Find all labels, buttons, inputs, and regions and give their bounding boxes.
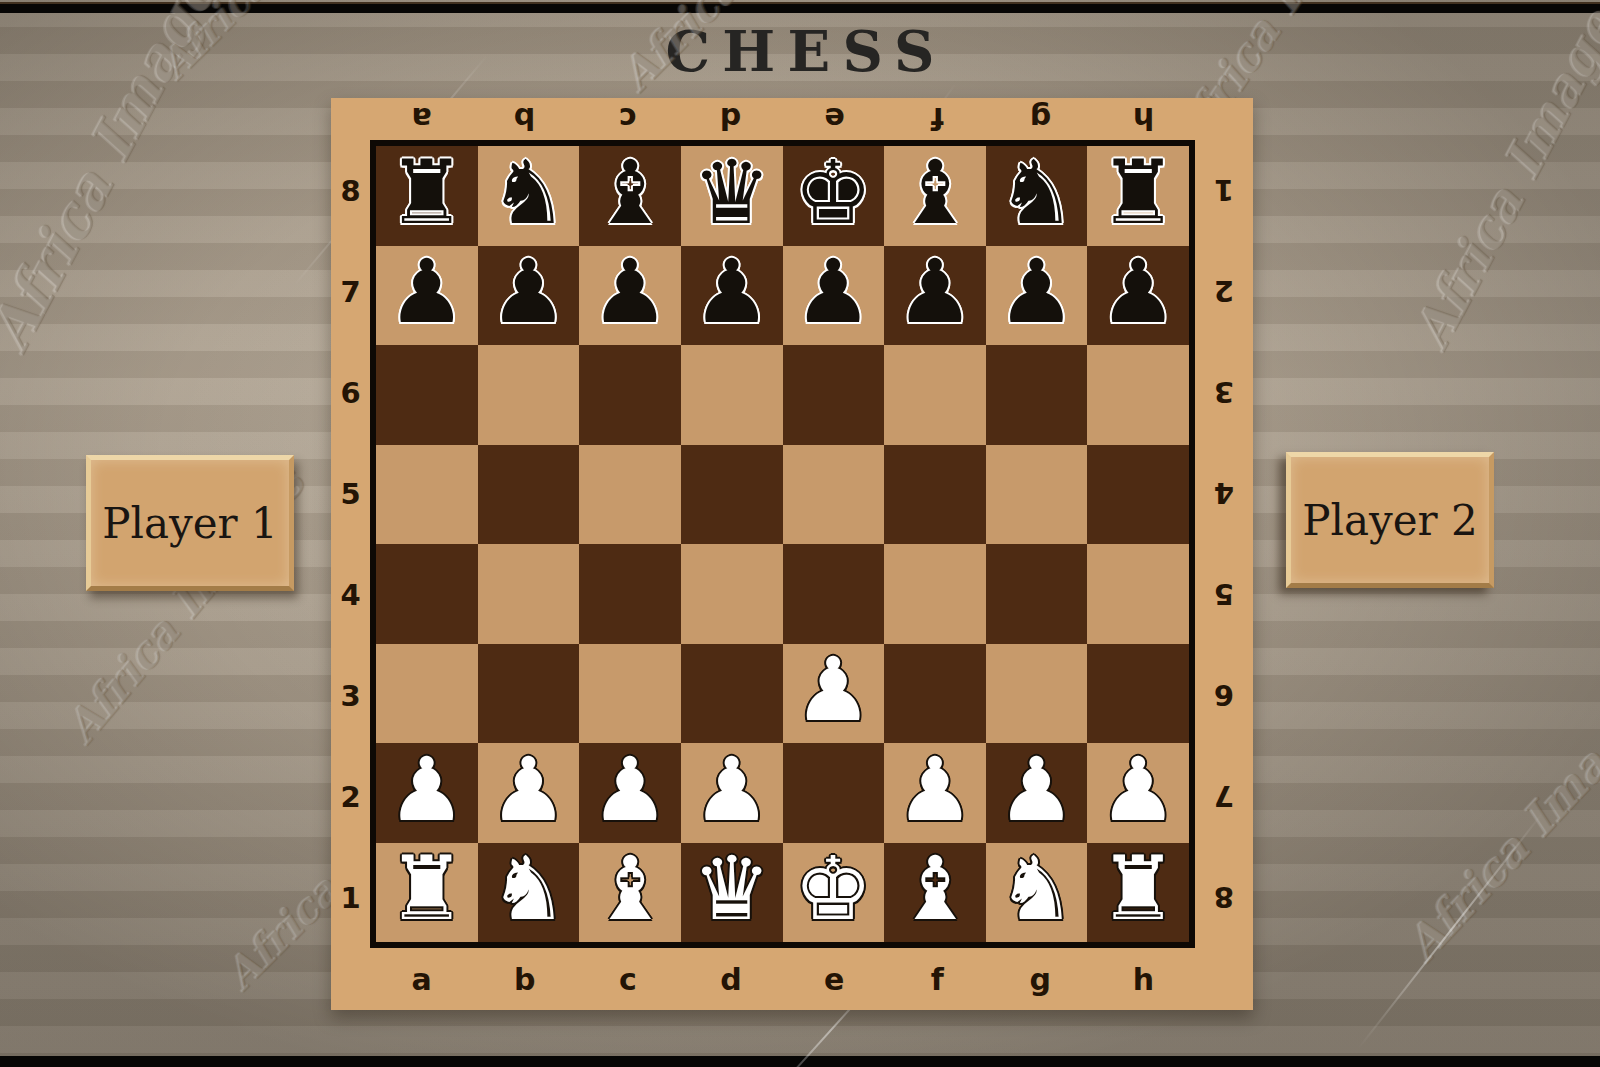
square-c4[interactable]: [579, 544, 681, 644]
square-h1[interactable]: ♜: [1087, 843, 1189, 943]
file-labels-top: abcdefgh: [370, 98, 1195, 140]
rank-label-right-6: 6: [1195, 645, 1253, 746]
square-c2[interactable]: ♟: [579, 743, 681, 843]
board-squares: ♜♞♝♛♚♝♞♜♟♟♟♟♟♟♟♟♟♟♟♟♟♟♟♟♜♞♝♛♚♝♞♜: [370, 140, 1195, 948]
square-d7[interactable]: ♟: [681, 246, 783, 346]
square-g6[interactable]: [986, 345, 1088, 445]
square-e5[interactable]: [783, 445, 885, 545]
white-knight-g1: ♞: [997, 845, 1076, 933]
file-label-top-c: c: [576, 98, 679, 140]
bottom-border-bar: [0, 1056, 1600, 1067]
page-title: CHESS: [0, 18, 1600, 84]
black-knight-b8: ♞: [489, 149, 568, 237]
square-a8[interactable]: ♜: [376, 146, 478, 246]
white-pawn-b2: ♟: [489, 746, 568, 834]
square-a6[interactable]: [376, 345, 478, 445]
rank-label-right-3: 3: [1195, 342, 1253, 443]
player2-label: Player 2: [1302, 496, 1477, 545]
white-bishop-c1: ♝: [591, 845, 670, 933]
file-label-top-e: e: [783, 98, 886, 140]
black-pawn-h7: ♟: [1099, 248, 1178, 336]
square-f2[interactable]: ♟: [884, 743, 986, 843]
square-a3[interactable]: [376, 644, 478, 744]
file-label-top-a: a: [370, 98, 473, 140]
rank-labels-right: 12345678: [1195, 140, 1253, 948]
white-pawn-f2: ♟: [895, 746, 974, 834]
rank-label-right-4: 4: [1195, 443, 1253, 544]
file-label-bottom-a: a: [370, 948, 473, 1010]
square-b5[interactable]: [478, 445, 580, 545]
white-pawn-g2: ♟: [997, 746, 1076, 834]
watermark-text: Africa Images: [1395, 674, 1600, 972]
square-f4[interactable]: [884, 544, 986, 644]
square-g8[interactable]: ♞: [986, 146, 1088, 246]
white-pawn-a2: ♟: [387, 746, 466, 834]
rank-labels-left: 87654321: [331, 140, 370, 948]
rank-label-right-1: 1: [1195, 140, 1253, 241]
square-h7[interactable]: ♟: [1087, 246, 1189, 346]
white-rook-a1: ♜: [387, 845, 466, 933]
square-g5[interactable]: [986, 445, 1088, 545]
black-king-e8: ♚: [794, 149, 873, 237]
rank-label-left-5: 5: [331, 443, 370, 544]
square-f6[interactable]: [884, 345, 986, 445]
black-pawn-d7: ♟: [692, 248, 771, 336]
square-f5[interactable]: [884, 445, 986, 545]
square-d2[interactable]: ♟: [681, 743, 783, 843]
file-label-bottom-b: b: [473, 948, 576, 1010]
square-e1[interactable]: ♚: [783, 843, 885, 943]
white-pawn-h2: ♟: [1099, 746, 1178, 834]
square-f7[interactable]: ♟: [884, 246, 986, 346]
rank-label-left-3: 3: [331, 645, 370, 746]
square-d3[interactable]: [681, 644, 783, 744]
square-h2[interactable]: ♟: [1087, 743, 1189, 843]
white-king-e1: ♚: [794, 845, 873, 933]
square-c3[interactable]: [579, 644, 681, 744]
square-h3[interactable]: [1087, 644, 1189, 744]
file-label-top-f: f: [886, 98, 989, 140]
square-e6[interactable]: [783, 345, 885, 445]
white-rook-h1: ♜: [1099, 845, 1178, 933]
black-pawn-b7: ♟: [489, 248, 568, 336]
file-label-top-h: h: [1092, 98, 1195, 140]
square-a1[interactable]: ♜: [376, 843, 478, 943]
square-g4[interactable]: [986, 544, 1088, 644]
square-d4[interactable]: [681, 544, 783, 644]
chess-poster: CHESS Africa ImagesAfrica ImagesAfrica I…: [0, 0, 1600, 1067]
square-e7[interactable]: ♟: [783, 246, 885, 346]
square-h5[interactable]: [1087, 445, 1189, 545]
square-h4[interactable]: [1087, 544, 1189, 644]
black-pawn-c7: ♟: [591, 248, 670, 336]
square-g3[interactable]: [986, 644, 1088, 744]
chess-board: abcdefgh 87654321 ♜♞♝♛♚♝♞♜♟♟♟♟♟♟♟♟♟♟♟♟♟♟…: [331, 98, 1253, 1010]
black-rook-a8: ♜: [387, 149, 466, 237]
square-c1[interactable]: ♝: [579, 843, 681, 943]
square-h8[interactable]: ♜: [1087, 146, 1189, 246]
square-f1[interactable]: ♝: [884, 843, 986, 943]
square-b7[interactable]: ♟: [478, 246, 580, 346]
square-b3[interactable]: [478, 644, 580, 744]
black-pawn-a7: ♟: [387, 248, 466, 336]
white-pawn-d2: ♟: [692, 746, 771, 834]
square-d8[interactable]: ♛: [681, 146, 783, 246]
square-c5[interactable]: [579, 445, 681, 545]
square-e8[interactable]: ♚: [783, 146, 885, 246]
square-a2[interactable]: ♟: [376, 743, 478, 843]
rank-label-right-5: 5: [1195, 544, 1253, 645]
square-d1[interactable]: ♛: [681, 843, 783, 943]
square-b4[interactable]: [478, 544, 580, 644]
square-a4[interactable]: [376, 544, 478, 644]
square-a5[interactable]: [376, 445, 478, 545]
square-b2[interactable]: ♟: [478, 743, 580, 843]
square-a7[interactable]: ♟: [376, 246, 478, 346]
square-g7[interactable]: ♟: [986, 246, 1088, 346]
rank-label-left-6: 6: [331, 342, 370, 443]
top-border-bar: [0, 2, 1600, 13]
white-bishop-f1: ♝: [895, 845, 974, 933]
square-d6[interactable]: [681, 345, 783, 445]
file-label-top-b: b: [473, 98, 576, 140]
file-label-bottom-e: e: [783, 948, 886, 1010]
black-knight-g8: ♞: [997, 149, 1076, 237]
file-label-bottom-f: f: [886, 948, 989, 1010]
square-c7[interactable]: ♟: [579, 246, 681, 346]
white-pawn-c2: ♟: [591, 746, 670, 834]
white-pawn-e3: ♟: [794, 646, 873, 734]
rank-label-left-4: 4: [331, 544, 370, 645]
black-rook-h8: ♜: [1099, 149, 1178, 237]
rank-label-right-7: 7: [1195, 746, 1253, 847]
rank-label-right-2: 2: [1195, 241, 1253, 342]
square-g2[interactable]: ♟: [986, 743, 1088, 843]
black-queen-d8: ♛: [692, 149, 771, 237]
square-e3[interactable]: ♟: [783, 644, 885, 744]
white-queen-d1: ♛: [692, 845, 771, 933]
file-label-bottom-c: c: [576, 948, 679, 1010]
file-label-top-d: d: [679, 98, 782, 140]
black-pawn-g7: ♟: [997, 248, 1076, 336]
black-bishop-f8: ♝: [895, 149, 974, 237]
square-e2[interactable]: [783, 743, 885, 843]
rank-label-left-7: 7: [331, 241, 370, 342]
white-knight-b1: ♞: [489, 845, 568, 933]
square-b1[interactable]: ♞: [478, 843, 580, 943]
rank-label-right-8: 8: [1195, 847, 1253, 948]
square-f3[interactable]: [884, 644, 986, 744]
square-c8[interactable]: ♝: [579, 146, 681, 246]
square-e4[interactable]: [783, 544, 885, 644]
square-h6[interactable]: [1087, 345, 1189, 445]
file-label-top-g: g: [989, 98, 1092, 140]
scratch-line: [1358, 811, 1544, 1049]
file-label-bottom-h: h: [1092, 948, 1195, 1010]
black-pawn-f7: ♟: [895, 248, 974, 336]
file-label-bottom-d: d: [679, 948, 782, 1010]
square-f8[interactable]: ♝: [884, 146, 986, 246]
square-b8[interactable]: ♞: [478, 146, 580, 246]
black-pawn-e7: ♟: [794, 248, 873, 336]
square-g1[interactable]: ♞: [986, 843, 1088, 943]
player1-label: Player 1: [102, 499, 277, 548]
file-label-bottom-g: g: [989, 948, 1092, 1010]
square-b6[interactable]: [478, 345, 580, 445]
square-c6[interactable]: [579, 345, 681, 445]
black-bishop-c8: ♝: [591, 149, 670, 237]
rank-label-left-1: 1: [331, 847, 370, 948]
player1-plaque: Player 1: [86, 455, 294, 591]
file-labels-bottom: abcdefgh: [370, 948, 1195, 1010]
rank-label-left-2: 2: [331, 746, 370, 847]
player2-plaque: Player 2: [1286, 452, 1494, 588]
rank-label-left-8: 8: [331, 140, 370, 241]
square-d5[interactable]: [681, 445, 783, 545]
